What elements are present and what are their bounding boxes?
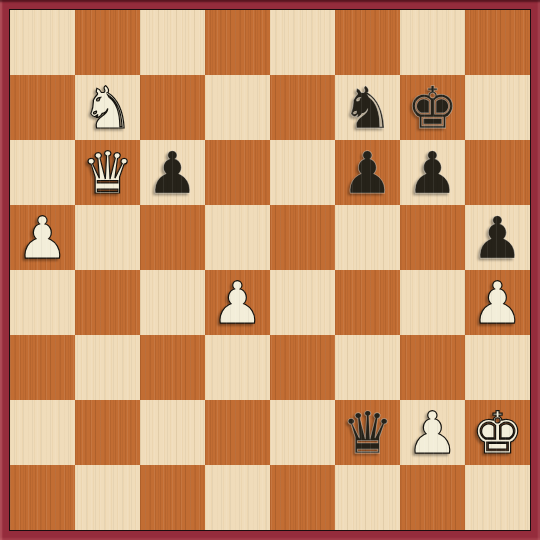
square-c2[interactable] (140, 400, 205, 465)
square-b8[interactable] (75, 10, 140, 75)
black-pawn[interactable]: ♟ (342, 144, 394, 202)
square-c7[interactable] (140, 75, 205, 140)
square-a2[interactable] (10, 400, 75, 465)
chess-board: ♞♞♚♛♟♟♟♟♟♟♟♛♟♚ (10, 10, 530, 530)
square-g1[interactable] (400, 465, 465, 530)
black-pawn[interactable]: ♟ (407, 144, 459, 202)
square-g8[interactable] (400, 10, 465, 75)
square-b7[interactable]: ♞ (75, 75, 140, 140)
square-b3[interactable] (75, 335, 140, 400)
square-a3[interactable] (10, 335, 75, 400)
square-e5[interactable] (270, 205, 335, 270)
square-a8[interactable] (10, 10, 75, 75)
square-h6[interactable] (465, 140, 530, 205)
square-e3[interactable] (270, 335, 335, 400)
square-c8[interactable] (140, 10, 205, 75)
square-f1[interactable] (335, 465, 400, 530)
square-c3[interactable] (140, 335, 205, 400)
square-c1[interactable] (140, 465, 205, 530)
square-g3[interactable] (400, 335, 465, 400)
square-b1[interactable] (75, 465, 140, 530)
black-pawn[interactable]: ♟ (147, 144, 199, 202)
square-e4[interactable] (270, 270, 335, 335)
square-e7[interactable] (270, 75, 335, 140)
square-g4[interactable] (400, 270, 465, 335)
square-h7[interactable] (465, 75, 530, 140)
square-b4[interactable] (75, 270, 140, 335)
square-d2[interactable] (205, 400, 270, 465)
square-c6[interactable]: ♟ (140, 140, 205, 205)
square-b5[interactable] (75, 205, 140, 270)
square-h1[interactable] (465, 465, 530, 530)
square-c4[interactable] (140, 270, 205, 335)
square-d4[interactable]: ♟ (205, 270, 270, 335)
square-a7[interactable] (10, 75, 75, 140)
square-e8[interactable] (270, 10, 335, 75)
white-king[interactable]: ♚ (472, 404, 524, 462)
square-g5[interactable] (400, 205, 465, 270)
board-frame: ♞♞♚♛♟♟♟♟♟♟♟♛♟♚ (0, 0, 540, 540)
square-a1[interactable] (10, 465, 75, 530)
square-d3[interactable] (205, 335, 270, 400)
white-queen[interactable]: ♛ (82, 144, 134, 202)
square-h5[interactable]: ♟ (465, 205, 530, 270)
square-f5[interactable] (335, 205, 400, 270)
square-e2[interactable] (270, 400, 335, 465)
square-g7[interactable]: ♚ (400, 75, 465, 140)
square-g2[interactable]: ♟ (400, 400, 465, 465)
white-pawn[interactable]: ♟ (472, 274, 524, 332)
white-pawn[interactable]: ♟ (212, 274, 264, 332)
square-h8[interactable] (465, 10, 530, 75)
black-queen[interactable]: ♛ (342, 404, 394, 462)
square-h3[interactable] (465, 335, 530, 400)
square-c5[interactable] (140, 205, 205, 270)
square-h2[interactable]: ♚ (465, 400, 530, 465)
square-d6[interactable] (205, 140, 270, 205)
square-h4[interactable]: ♟ (465, 270, 530, 335)
square-a4[interactable] (10, 270, 75, 335)
square-d7[interactable] (205, 75, 270, 140)
square-d1[interactable] (205, 465, 270, 530)
square-d8[interactable] (205, 10, 270, 75)
black-pawn[interactable]: ♟ (472, 209, 524, 267)
square-e1[interactable] (270, 465, 335, 530)
white-knight[interactable]: ♞ (82, 79, 134, 137)
square-f8[interactable] (335, 10, 400, 75)
square-b6[interactable]: ♛ (75, 140, 140, 205)
square-b2[interactable] (75, 400, 140, 465)
white-pawn[interactable]: ♟ (407, 404, 459, 462)
square-f4[interactable] (335, 270, 400, 335)
square-a5[interactable]: ♟ (10, 205, 75, 270)
square-f2[interactable]: ♛ (335, 400, 400, 465)
white-pawn[interactable]: ♟ (17, 209, 69, 267)
square-f6[interactable]: ♟ (335, 140, 400, 205)
square-g6[interactable]: ♟ (400, 140, 465, 205)
square-f3[interactable] (335, 335, 400, 400)
square-f7[interactable]: ♞ (335, 75, 400, 140)
black-king[interactable]: ♚ (407, 79, 459, 137)
square-d5[interactable] (205, 205, 270, 270)
black-knight[interactable]: ♞ (342, 79, 394, 137)
square-e6[interactable] (270, 140, 335, 205)
square-a6[interactable] (10, 140, 75, 205)
